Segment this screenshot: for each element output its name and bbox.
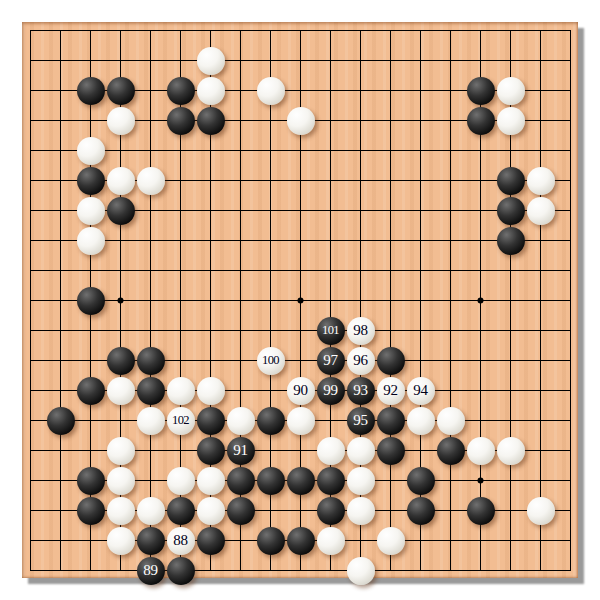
move-number-label: 98 — [347, 317, 375, 345]
stone-white[interactable] — [467, 437, 495, 465]
stone-black[interactable] — [47, 407, 75, 435]
stone-white[interactable] — [497, 77, 525, 105]
stone-white[interactable] — [197, 77, 225, 105]
stone-white[interactable] — [77, 227, 105, 255]
move-number-label: 96 — [347, 347, 375, 375]
stone-black[interactable] — [497, 227, 525, 255]
stone-white[interactable] — [317, 527, 345, 555]
stone-black[interactable]: 91 — [227, 437, 255, 465]
stone-black[interactable] — [407, 467, 435, 495]
stone-black[interactable] — [77, 77, 105, 105]
stone-black[interactable] — [257, 527, 285, 555]
stone-white[interactable] — [227, 407, 255, 435]
go-board[interactable]: 101981009796909993929410295918889 — [22, 22, 578, 578]
stone-black[interactable] — [107, 197, 135, 225]
move-number-label: 88 — [167, 527, 195, 555]
stone-black[interactable] — [77, 467, 105, 495]
stone-white[interactable]: 102 — [167, 407, 195, 435]
stone-white[interactable] — [287, 107, 315, 135]
stone-white[interactable] — [77, 197, 105, 225]
stone-black[interactable] — [377, 347, 405, 375]
move-number-label: 99 — [317, 377, 345, 405]
stone-white[interactable] — [347, 437, 375, 465]
stone-white[interactable] — [347, 467, 375, 495]
stone-white[interactable] — [107, 437, 135, 465]
stone-white[interactable] — [167, 467, 195, 495]
stone-white[interactable] — [257, 77, 285, 105]
stone-black[interactable] — [227, 497, 255, 525]
stone-black[interactable] — [77, 497, 105, 525]
stone-black[interactable] — [257, 467, 285, 495]
stone-white[interactable] — [347, 497, 375, 525]
stone-black[interactable]: 93 — [347, 377, 375, 405]
stone-white[interactable] — [197, 467, 225, 495]
stone-white[interactable]: 98 — [347, 317, 375, 345]
stone-black[interactable] — [137, 347, 165, 375]
stone-white[interactable] — [137, 167, 165, 195]
move-number-label: 91 — [227, 437, 255, 465]
stone-black[interactable] — [317, 467, 345, 495]
stone-white[interactable]: 100 — [257, 347, 285, 375]
stone-black[interactable]: 97 — [317, 347, 345, 375]
stone-white[interactable] — [527, 197, 555, 225]
stone-white[interactable] — [407, 407, 435, 435]
stone-black[interactable] — [167, 497, 195, 525]
stone-black[interactable] — [197, 527, 225, 555]
stone-white[interactable] — [377, 527, 405, 555]
stone-white[interactable] — [497, 107, 525, 135]
stone-white[interactable] — [167, 377, 195, 405]
stone-black[interactable] — [437, 437, 465, 465]
stone-black[interactable] — [137, 527, 165, 555]
stone-white[interactable] — [107, 497, 135, 525]
stone-black[interactable] — [257, 407, 285, 435]
move-number-label: 94 — [407, 377, 435, 405]
move-number-label: 89 — [137, 557, 165, 585]
stone-white[interactable] — [107, 467, 135, 495]
stone-white[interactable] — [527, 167, 555, 195]
stone-white[interactable] — [197, 377, 225, 405]
stone-white[interactable] — [287, 407, 315, 435]
move-number-label: 97 — [317, 347, 345, 375]
stone-black[interactable] — [77, 287, 105, 315]
stone-white[interactable] — [317, 437, 345, 465]
stone-white[interactable] — [527, 497, 555, 525]
stone-black[interactable] — [167, 557, 195, 585]
stone-black[interactable]: 95 — [347, 407, 375, 435]
stone-white[interactable]: 96 — [347, 347, 375, 375]
stone-white[interactable]: 94 — [407, 377, 435, 405]
stone-black[interactable] — [497, 197, 525, 225]
move-number-label: 100 — [257, 347, 285, 375]
stone-black[interactable] — [467, 497, 495, 525]
stone-black[interactable] — [167, 107, 195, 135]
stone-black[interactable]: 99 — [317, 377, 345, 405]
stone-white[interactable] — [107, 527, 135, 555]
stone-black[interactable] — [227, 467, 255, 495]
stone-white[interactable] — [137, 407, 165, 435]
stone-black[interactable]: 89 — [137, 557, 165, 585]
stone-black[interactable] — [197, 437, 225, 465]
stone-black[interactable] — [467, 107, 495, 135]
stone-white[interactable] — [137, 497, 165, 525]
stone-white[interactable] — [77, 137, 105, 165]
move-number-label: 102 — [167, 407, 195, 435]
stone-white[interactable] — [107, 167, 135, 195]
move-number-label: 101 — [317, 317, 345, 345]
move-number-label: 95 — [347, 407, 375, 435]
stone-black[interactable] — [317, 497, 345, 525]
stones-layer: 101981009796909993929410295918889 — [22, 22, 578, 578]
stone-black[interactable] — [107, 77, 135, 105]
stone-black[interactable] — [197, 107, 225, 135]
stone-black[interactable] — [77, 167, 105, 195]
stone-white[interactable]: 88 — [167, 527, 195, 555]
stone-white[interactable] — [497, 437, 525, 465]
stone-black[interactable]: 101 — [317, 317, 345, 345]
stone-white[interactable]: 90 — [287, 377, 315, 405]
stone-black[interactable] — [467, 77, 495, 105]
move-number-label: 92 — [377, 377, 405, 405]
stone-black[interactable] — [197, 407, 225, 435]
page: { "game": { "name": "go", "board_size": … — [0, 0, 600, 600]
stone-white[interactable] — [107, 107, 135, 135]
stone-black[interactable] — [167, 77, 195, 105]
stone-black[interactable] — [377, 407, 405, 435]
move-number-label: 93 — [347, 377, 375, 405]
stone-black[interactable] — [287, 527, 315, 555]
stone-black[interactable] — [137, 377, 165, 405]
stone-white[interactable] — [437, 407, 465, 435]
stone-black[interactable] — [497, 167, 525, 195]
move-number-label: 90 — [287, 377, 315, 405]
stone-white[interactable] — [107, 377, 135, 405]
stone-white[interactable]: 92 — [377, 377, 405, 405]
stone-black[interactable] — [287, 467, 315, 495]
stone-black[interactable] — [77, 377, 105, 405]
stone-white[interactable] — [347, 557, 375, 585]
stone-black[interactable] — [107, 347, 135, 375]
stone-white[interactable] — [197, 497, 225, 525]
stone-black[interactable] — [377, 437, 405, 465]
stone-black[interactable] — [407, 497, 435, 525]
stone-white[interactable] — [197, 47, 225, 75]
